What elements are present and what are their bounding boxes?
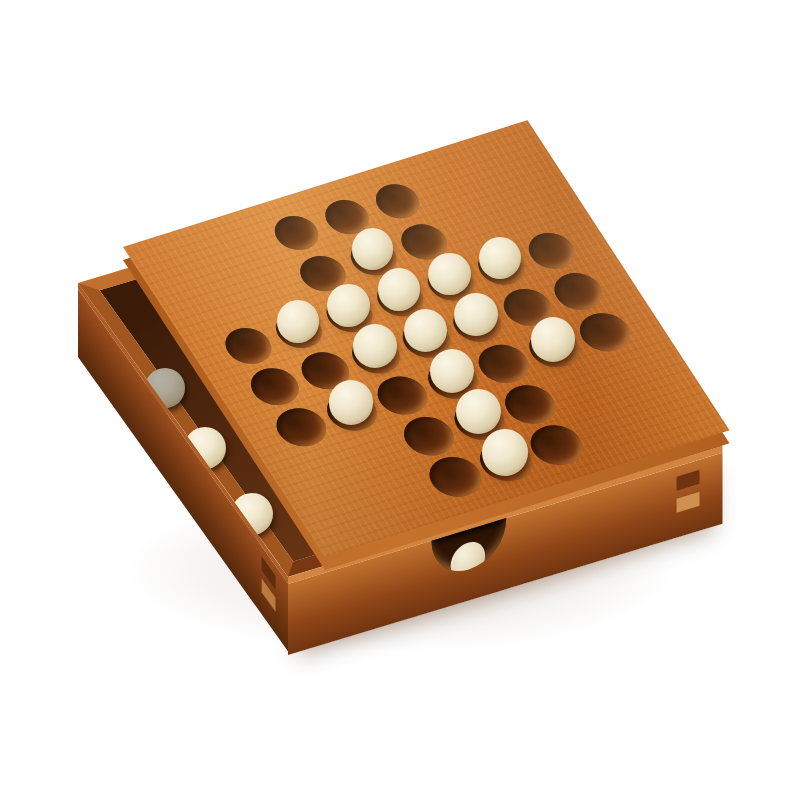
marble-r3c2[interactable]	[277, 300, 320, 343]
marble-r5c4[interactable]	[430, 349, 475, 394]
marble-r4c5[interactable]	[454, 293, 498, 337]
marble-r3c4[interactable]	[378, 268, 421, 311]
marble-r5c6[interactable]	[531, 317, 576, 362]
marble-r4c3[interactable]	[353, 324, 397, 368]
marble-r3c3[interactable]	[327, 284, 370, 327]
marble-r5c2[interactable]	[329, 380, 374, 425]
marble-r2c4[interactable]	[352, 228, 394, 270]
board-marbles	[0, 0, 800, 800]
marble-r6c4[interactable]	[456, 389, 502, 435]
marble-r7c4[interactable]	[482, 429, 529, 476]
scene	[0, 0, 800, 800]
marble-r3c6[interactable]	[479, 237, 522, 280]
marble-r3c5[interactable]	[428, 253, 471, 296]
marble-r4c4[interactable]	[404, 309, 448, 353]
